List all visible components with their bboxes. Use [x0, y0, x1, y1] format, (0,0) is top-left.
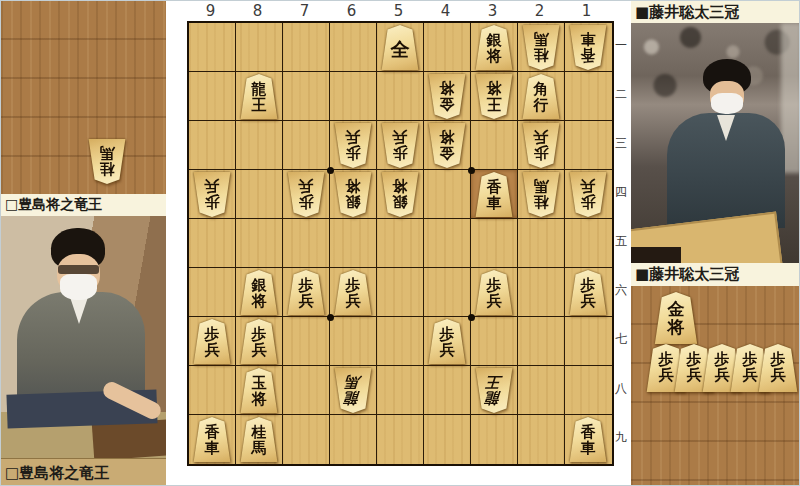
piece-6h: 龍馬: [333, 368, 373, 413]
hand-sente-金将: 金将: [653, 292, 699, 344]
piece-3a: 銀将: [474, 25, 514, 70]
piece-kanji: 香車: [568, 417, 608, 462]
square-5h: [377, 366, 424, 415]
face-mask: [711, 93, 743, 114]
square-2i: [518, 415, 565, 464]
piece-kanji: 歩兵: [568, 172, 608, 217]
piece-kanji: 全: [380, 25, 420, 70]
shogi-board: 全銀将桂馬香車龍王金将王将角行歩兵歩兵金将歩兵歩兵歩兵銀将銀将香車桂馬歩兵銀将歩…: [187, 21, 614, 466]
piece-kanji: 銀将: [333, 172, 373, 217]
file-label-4: 4: [422, 1, 469, 21]
square-1g: [565, 317, 612, 366]
square-7b: [283, 72, 330, 121]
piece-kanji: 金将: [427, 123, 467, 168]
piece-kanji: 金将: [427, 74, 467, 119]
square-2h: [518, 366, 565, 415]
piece-1f: 歩兵: [568, 270, 608, 315]
piece-kanji: 桂馬: [521, 172, 561, 217]
square-1e: [565, 219, 612, 268]
square-9a: [189, 23, 236, 72]
piece-2c: 歩兵: [521, 123, 561, 168]
hand-gote-桂馬: 桂馬: [87, 139, 127, 184]
captured-tray-gote: 桂馬: [1, 1, 166, 194]
square-8e: [236, 219, 283, 268]
piece-kanji: 銀将: [239, 270, 279, 315]
square-1h: [565, 366, 612, 415]
square-6a: [330, 23, 377, 72]
file-label-5: 5: [375, 1, 422, 21]
square-1b: [565, 72, 612, 121]
piece-8g: 歩兵: [239, 319, 279, 364]
piece-kanji: 角行: [521, 74, 561, 119]
player-label-sente-tray: ■藤井聡太三冠: [631, 263, 800, 287]
piece-kanji: 歩兵: [286, 270, 326, 315]
piece-kanji: 龍王: [239, 74, 279, 119]
komadai-shadow: [631, 247, 681, 263]
square-6e: [330, 219, 377, 268]
piece-6c: 歩兵: [333, 123, 373, 168]
piece-kanji: 桂馬: [87, 139, 127, 184]
piece-8b: 龍王: [239, 74, 279, 119]
square-5b: [377, 72, 424, 121]
file-labels: 987654321: [187, 1, 610, 21]
hand-sente-pawn: 歩兵: [757, 344, 799, 392]
glasses: [58, 265, 99, 274]
file-label-9: 9: [187, 1, 234, 21]
piece-kanji: 桂馬: [239, 417, 279, 462]
piece-kanji: 金将: [653, 292, 699, 344]
square-6b: [330, 72, 377, 121]
square-8d: [236, 170, 283, 219]
piece-kanji: 桂馬: [521, 25, 561, 70]
piece-kanji: 歩兵: [521, 123, 561, 168]
file-label-7: 7: [281, 1, 328, 21]
piece-kanji: 歩兵: [474, 270, 514, 315]
piece-kanji: 銀将: [380, 172, 420, 217]
piece-8h: 玉将: [239, 368, 279, 413]
piece-3d: 香車: [474, 172, 514, 217]
piece-1a: 香車: [568, 25, 608, 70]
piece-9g: 歩兵: [192, 319, 232, 364]
file-label-8: 8: [234, 1, 281, 21]
square-9f: [189, 268, 236, 317]
piece-3h: 龍王: [474, 368, 514, 413]
piece-kanji: 王将: [474, 74, 514, 119]
player-photo-toyoshima: [1, 216, 166, 458]
piece-kanji: 香車: [474, 172, 514, 217]
face-mask: [60, 274, 97, 300]
piece-3b: 王将: [474, 74, 514, 119]
piece-kanji: 歩兵: [333, 270, 373, 315]
piece-kanji: 歩兵: [192, 172, 232, 217]
square-3g: [471, 317, 518, 366]
square-4a: [424, 23, 471, 72]
piece-kanji: 銀将: [474, 25, 514, 70]
piece-5d: 銀将: [380, 172, 420, 217]
square-7g: [283, 317, 330, 366]
piece-4b: 金将: [427, 74, 467, 119]
piece-2a: 桂馬: [521, 25, 561, 70]
square-6g: [330, 317, 377, 366]
square-3i: [471, 415, 518, 464]
square-8a: [236, 23, 283, 72]
square-9h: [189, 366, 236, 415]
square-9b: [189, 72, 236, 121]
piece-kanji: 香車: [192, 417, 232, 462]
piece-2d: 桂馬: [521, 172, 561, 217]
square-7e: [283, 219, 330, 268]
file-label-6: 6: [328, 1, 375, 21]
piece-kanji: 歩兵: [568, 270, 608, 315]
square-4f: [424, 268, 471, 317]
player-label-sente-top: ■藤井聡太三冠: [631, 1, 800, 24]
square-5f: [377, 268, 424, 317]
piece-kanji: 玉将: [239, 368, 279, 413]
piece-7f: 歩兵: [286, 270, 326, 315]
captured-tray-sente: 金将歩兵歩兵歩兵歩兵歩兵: [631, 286, 800, 486]
square-4e: [424, 219, 471, 268]
piece-kanji: 歩兵: [427, 319, 467, 364]
piece-9i: 香車: [192, 417, 232, 462]
square-5i: [377, 415, 424, 464]
player-photo-fujii: [631, 23, 800, 263]
square-2g: [518, 317, 565, 366]
piece-kanji: 歩兵: [239, 319, 279, 364]
square-6i: [330, 415, 377, 464]
piece-3f: 歩兵: [474, 270, 514, 315]
square-9e: [189, 219, 236, 268]
piece-kanji: 歩兵: [333, 123, 373, 168]
square-1c: [565, 121, 612, 170]
file-label-2: 2: [516, 1, 563, 21]
piece-kanji: 歩兵: [380, 123, 420, 168]
piece-6d: 銀将: [333, 172, 373, 217]
piece-8i: 桂馬: [239, 417, 279, 462]
square-2e: [518, 219, 565, 268]
piece-6f: 歩兵: [333, 270, 373, 315]
square-4h: [424, 366, 471, 415]
player-label-gote-tray: □豊島将之竜王: [1, 194, 170, 217]
square-3e: [471, 219, 518, 268]
square-7h: [283, 366, 330, 415]
square-7a: [283, 23, 330, 72]
square-4d: [424, 170, 471, 219]
broadcast-page: 桂馬 □豊島将之竜王 □豊島将之竜王 987654321 一二三四五六七八九 全…: [0, 0, 800, 486]
piece-5c: 歩兵: [380, 123, 420, 168]
piece-8f: 銀将: [239, 270, 279, 315]
piece-kanji: 龍馬: [331, 368, 374, 413]
square-7i: [283, 415, 330, 464]
piece-kanji: 歩兵: [757, 344, 799, 392]
square-3c: [471, 121, 518, 170]
piece-kanji: 歩兵: [192, 319, 232, 364]
file-label-1: 1: [563, 1, 610, 21]
piece-1i: 香車: [568, 417, 608, 462]
piece-kanji: 香車: [568, 25, 608, 70]
piece-kanji: 龍王: [472, 368, 515, 413]
piece-4g: 歩兵: [427, 319, 467, 364]
piece-2b: 角行: [521, 74, 561, 119]
square-4i: [424, 415, 471, 464]
file-label-3: 3: [469, 1, 516, 21]
square-2f: [518, 268, 565, 317]
square-7c: [283, 121, 330, 170]
piece-1d: 歩兵: [568, 172, 608, 217]
piece-4c: 金将: [427, 123, 467, 168]
player-label-gote: □豊島将之竜王: [1, 458, 170, 486]
square-5e: [377, 219, 424, 268]
square-9c: [189, 121, 236, 170]
square-5g: [377, 317, 424, 366]
piece-5a: 全: [380, 25, 420, 70]
piece-7d: 歩兵: [286, 172, 326, 217]
square-8c: [236, 121, 283, 170]
piece-9d: 歩兵: [192, 172, 232, 217]
piece-kanji: 歩兵: [286, 172, 326, 217]
